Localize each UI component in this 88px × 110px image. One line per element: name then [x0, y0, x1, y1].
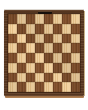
board-square[interactable] — [17, 43, 26, 53]
board-square[interactable] — [44, 43, 53, 53]
chess-board — [4, 10, 84, 96]
board-square[interactable] — [44, 34, 53, 44]
board-square[interactable] — [44, 82, 53, 92]
board-square[interactable] — [17, 24, 26, 34]
board-square[interactable] — [8, 53, 17, 63]
board-square[interactable] — [62, 14, 71, 24]
board-square[interactable] — [62, 24, 71, 34]
board-square[interactable] — [17, 34, 26, 44]
board-square[interactable] — [44, 63, 53, 73]
board-square[interactable] — [8, 63, 17, 73]
board-square[interactable] — [62, 53, 71, 63]
board-square[interactable] — [53, 24, 62, 34]
board-square[interactable] — [71, 34, 80, 44]
brand-plaque — [38, 11, 52, 14]
board-square[interactable] — [62, 73, 71, 83]
board-square[interactable] — [8, 34, 17, 44]
board-square[interactable] — [26, 14, 35, 24]
board-square[interactable] — [35, 43, 44, 53]
board-square[interactable] — [62, 63, 71, 73]
board-top-edge-highlight — [4, 9, 84, 10]
board-square[interactable] — [44, 53, 53, 63]
board-square[interactable] — [71, 73, 80, 83]
board-square[interactable] — [62, 82, 71, 92]
board-square[interactable] — [53, 73, 62, 83]
board-square[interactable] — [53, 53, 62, 63]
board-square[interactable] — [17, 14, 26, 24]
board-square[interactable] — [17, 53, 26, 63]
board-square[interactable] — [8, 43, 17, 53]
board-square[interactable] — [35, 63, 44, 73]
board-bottom-edge — [5, 96, 84, 98]
board-square[interactable] — [35, 53, 44, 63]
board-square[interactable] — [35, 34, 44, 44]
board-square[interactable] — [53, 14, 62, 24]
board-grid — [8, 14, 80, 92]
board-square[interactable] — [71, 14, 80, 24]
board-square[interactable] — [26, 63, 35, 73]
board-square[interactable] — [17, 63, 26, 73]
board-square[interactable] — [8, 82, 17, 92]
board-square[interactable] — [26, 24, 35, 34]
board-square[interactable] — [44, 24, 53, 34]
board-square[interactable] — [17, 73, 26, 83]
board-square[interactable] — [8, 24, 17, 34]
board-square[interactable] — [26, 82, 35, 92]
board-square[interactable] — [35, 73, 44, 83]
board-square[interactable] — [53, 43, 62, 53]
board-square[interactable] — [44, 73, 53, 83]
board-square[interactable] — [53, 63, 62, 73]
board-square[interactable] — [71, 82, 80, 92]
board-square[interactable] — [53, 34, 62, 44]
board-square[interactable] — [71, 53, 80, 63]
board-square[interactable] — [53, 82, 62, 92]
board-square[interactable] — [35, 82, 44, 92]
board-square[interactable] — [62, 34, 71, 44]
board-square[interactable] — [71, 43, 80, 53]
board-square[interactable] — [71, 24, 80, 34]
board-square[interactable] — [26, 53, 35, 63]
board-square[interactable] — [35, 14, 44, 24]
board-square[interactable] — [71, 63, 80, 73]
board-square[interactable] — [26, 73, 35, 83]
board-square[interactable] — [35, 24, 44, 34]
board-square[interactable] — [8, 14, 17, 24]
board-square[interactable] — [44, 14, 53, 24]
board-square[interactable] — [17, 82, 26, 92]
board-square[interactable] — [26, 34, 35, 44]
board-square[interactable] — [8, 73, 17, 83]
board-square[interactable] — [62, 43, 71, 53]
board-right-edge-highlight — [84, 11, 85, 97]
board-square[interactable] — [26, 43, 35, 53]
